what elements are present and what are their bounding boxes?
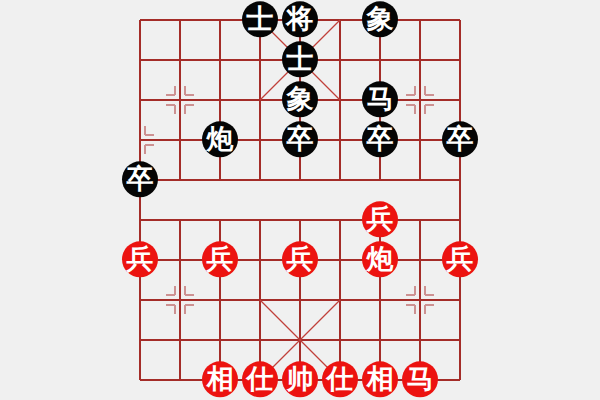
piece-red-soldier[interactable]: 兵 <box>282 241 318 277</box>
piece-black-advisor[interactable]: 士 <box>282 41 318 77</box>
piece-black-horse[interactable]: 马 <box>362 81 398 117</box>
xiangqi-board: 士将象士象马炮卒卒卒卒兵兵兵兵炮兵相仕帅仕相马 <box>0 0 600 400</box>
piece-black-soldier[interactable]: 卒 <box>442 121 478 157</box>
piece-red-soldier[interactable]: 兵 <box>362 201 398 237</box>
piece-black-soldier[interactable]: 卒 <box>122 161 158 197</box>
piece-black-elephant[interactable]: 象 <box>282 81 318 117</box>
piece-red-soldier[interactable]: 兵 <box>202 241 238 277</box>
piece-red-advisor[interactable]: 仕 <box>322 361 358 397</box>
piece-red-horse[interactable]: 马 <box>402 361 438 397</box>
piece-red-cannon[interactable]: 炮 <box>362 241 398 277</box>
piece-black-cannon[interactable]: 炮 <box>202 121 238 157</box>
piece-red-soldier[interactable]: 兵 <box>122 241 158 277</box>
piece-red-elephant[interactable]: 相 <box>202 361 238 397</box>
piece-red-general[interactable]: 帅 <box>282 361 318 397</box>
piece-red-advisor[interactable]: 仕 <box>242 361 278 397</box>
piece-red-elephant[interactable]: 相 <box>362 361 398 397</box>
piece-red-soldier[interactable]: 兵 <box>442 241 478 277</box>
piece-black-advisor[interactable]: 士 <box>242 1 278 37</box>
piece-black-elephant[interactable]: 象 <box>362 1 398 37</box>
piece-black-soldier[interactable]: 卒 <box>362 121 398 157</box>
piece-black-general[interactable]: 将 <box>282 1 318 37</box>
piece-black-soldier[interactable]: 卒 <box>282 121 318 157</box>
